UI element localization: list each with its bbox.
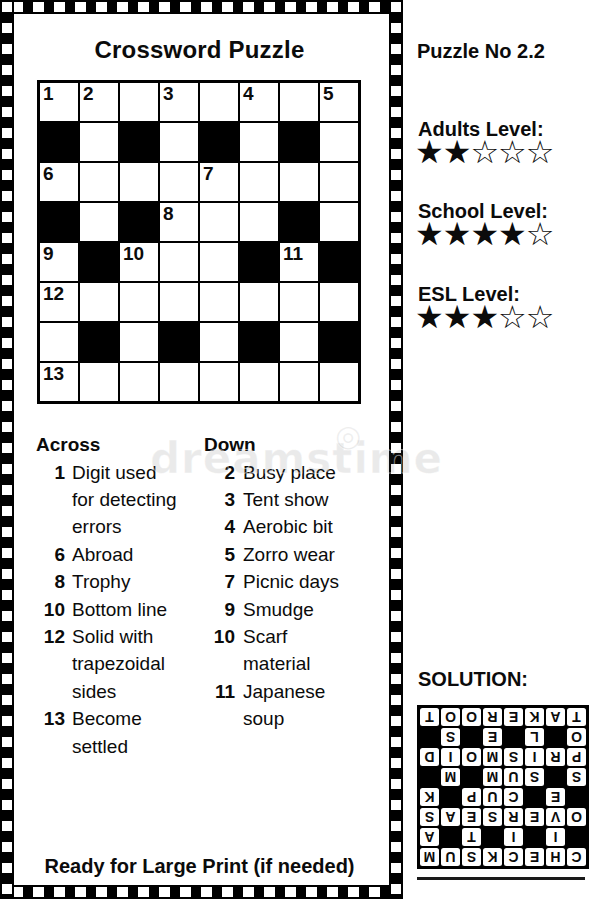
solution-letter: D [424,749,434,765]
black-cell [441,828,460,846]
star-empty-icon: ☆ [526,299,554,335]
adults-level-stars: ★★☆☆☆ [415,136,553,168]
white-cell: M [420,848,439,866]
white-cell[interactable]: 1 [40,83,78,121]
black-cell [240,243,278,281]
cell-number: 9 [43,243,54,265]
clue-text: Trophy [72,568,180,595]
clue-text: Abroad [72,541,180,568]
white-cell[interactable] [280,323,318,361]
clue-number: 7 [204,568,235,595]
white-cell: K [525,708,544,726]
star-empty-icon: ☆ [470,134,498,170]
white-cell[interactable]: 11 [280,243,318,281]
cell-number: 5 [323,83,334,105]
clue-number: 5 [204,541,235,568]
black-cell [567,828,586,846]
solution-letter: K [487,849,497,865]
clue-number: 3 [204,486,235,513]
white-cell: C [504,848,523,866]
large-print-note: Ready for Large Print (if needed) [14,855,385,878]
solution-letter: P [467,789,476,805]
white-cell[interactable] [160,163,198,201]
clue-item: 1Digit used for detecting errors [36,459,196,541]
white-cell[interactable] [240,163,278,201]
star-empty-icon: ☆ [526,134,554,170]
black-cell [462,728,481,746]
solution-letter: R [487,709,497,725]
solution-letter: M [424,849,436,865]
across-clue-list: 1Digit used for detecting errors6Abroad8… [36,459,196,760]
white-cell: S [462,848,481,866]
white-cell: O [441,708,460,726]
white-cell[interactable] [240,123,278,161]
white-cell: C [567,848,586,866]
clue-number: 13 [36,705,65,760]
crossword-page: Crossword Puzzle 12345678910111213 Acros… [0,0,601,900]
white-cell[interactable] [320,203,358,241]
white-cell: E [546,788,565,806]
solution-letter: K [424,789,434,805]
white-cell[interactable] [320,123,358,161]
white-cell: S [420,808,439,826]
white-cell[interactable]: 5 [320,83,358,121]
black-cell [120,123,158,161]
white-cell[interactable] [80,203,118,241]
white-cell[interactable]: 3 [160,83,198,121]
black-cell [80,243,118,281]
white-cell: R [483,708,502,726]
cell-number: 2 [83,83,94,105]
white-cell[interactable]: 2 [80,83,118,121]
clue-item: 11Japanese soup [204,678,364,733]
solution-letter: E [467,809,476,825]
black-cell [240,323,278,361]
solution-letter: A [550,709,560,725]
across-clues: Across 1Digit used for detecting errors6… [36,431,196,760]
white-cell: T [462,828,481,846]
cell-number: 11 [283,243,303,265]
white-cell[interactable] [80,283,118,321]
white-cell: D [420,748,439,766]
white-cell[interactable] [120,323,158,361]
star-filled-icon: ★ [415,299,443,335]
puzzle-number: Puzzle No 2.2 [417,40,545,63]
clue-text: Bottom line [72,596,180,623]
clue-text: Tent show [243,486,347,513]
star-empty-icon: ☆ [526,216,554,252]
clue-item: 2Busy place [204,459,364,486]
white-cell[interactable] [280,363,318,401]
solution-letter: S [467,849,476,865]
clue-number: 10 [36,596,65,623]
white-cell[interactable]: 12 [40,283,78,321]
solution-letter: P [572,749,581,765]
white-cell: H [546,848,565,866]
white-cell[interactable] [200,243,238,281]
white-cell[interactable]: 6 [40,163,78,201]
black-cell [420,768,439,786]
clue-number: 4 [204,513,235,540]
clue-text: Solid with trapezoidal sides [72,623,180,705]
solution-letter: V [551,809,560,825]
clue-text: Zorro wear [243,541,347,568]
black-cell [504,728,523,746]
clue-number: 2 [204,459,235,486]
solution-letter: M [487,769,499,785]
white-cell: A [546,708,565,726]
solution-letter: E [530,849,539,865]
clue-text: Picnic days [243,568,347,595]
cell-number: 4 [243,83,254,105]
solution-letter: O [571,809,582,825]
solution-letter: M [487,749,499,765]
solution-letter: H [550,849,560,865]
star-filled-icon: ★ [443,216,471,252]
solution-letter: S [446,729,455,745]
white-cell: R [504,808,523,826]
white-cell[interactable] [80,163,118,201]
white-cell: V [546,808,565,826]
solution-letter: E [551,789,560,805]
solution-letter: S [509,749,518,765]
clue-item: 9Smudge [204,596,364,623]
solution-letter: E [488,729,497,745]
down-clues: Down 2Busy place3Tent show4Aerobic bit5Z… [204,431,364,733]
clue-item: 4Aerobic bit [204,513,364,540]
white-cell[interactable] [160,363,198,401]
white-cell: P [462,788,481,806]
white-cell: E [462,808,481,826]
cell-number: 6 [43,163,54,185]
white-cell: E [483,728,502,746]
clue-text: Scarf material [243,623,347,678]
clue-number: 9 [204,596,235,623]
white-cell[interactable] [280,283,318,321]
white-cell[interactable] [240,203,278,241]
solution-letter: C [571,849,581,865]
clue-number: 1 [36,459,65,541]
clue-item: 3Tent show [204,486,364,513]
white-cell: S [504,748,523,766]
page-title: Crossword Puzzle [14,36,385,64]
white-cell: E [504,708,523,726]
white-cell[interactable] [160,123,198,161]
white-cell: R [546,748,565,766]
white-cell[interactable] [200,323,238,361]
white-cell[interactable] [80,123,118,161]
white-cell[interactable] [120,163,158,201]
solution-letter: S [530,769,539,785]
black-cell [420,728,439,746]
solution-letter: C [508,849,518,865]
white-cell: L [525,728,544,746]
solution-letter: U [508,769,518,785]
across-heading: Across [36,431,196,459]
clue-text: Aerobic bit [243,513,347,540]
white-cell[interactable] [320,363,358,401]
white-cell[interactable] [320,163,358,201]
white-cell: I [525,748,544,766]
black-cell [483,828,502,846]
white-cell[interactable]: 4 [240,83,278,121]
clue-item: 8Trophy [36,568,196,595]
white-cell: E [525,848,544,866]
white-cell: E [525,808,544,826]
white-cell: A [441,808,460,826]
solution-letter: T [425,709,434,725]
clue-text: Japanese soup [243,678,347,733]
white-cell[interactable]: 7 [200,163,238,201]
clue-number: 10 [204,623,235,678]
solution-grid-upside-down: CHECKSUMIITAOVERSEASECUPKSSUMMPRISMOIDOL… [417,705,589,869]
star-filled-icon: ★ [443,299,471,335]
solution-letter: R [508,809,518,825]
cell-number: 8 [163,203,174,225]
checkered-border-left [2,2,14,897]
solution-letter: O [466,749,477,765]
white-cell: O [567,728,586,746]
cell-number: 3 [163,83,174,105]
white-cell[interactable]: 9 [40,243,78,281]
star-empty-icon: ☆ [498,299,526,335]
solution-letter: T [467,829,476,845]
white-cell: O [462,708,481,726]
solution-letter: K [529,709,539,725]
white-cell: U [441,848,460,866]
star-filled-icon: ★ [498,216,526,252]
white-cell: I [546,828,565,846]
solution-letter: O [445,709,456,725]
white-cell: I [504,828,523,846]
solution-letter: I [449,749,453,765]
solution-letter: U [445,849,455,865]
clue-item: 10Scarf material [204,623,364,678]
white-cell: U [504,768,523,786]
white-cell: M [483,768,502,786]
white-cell[interactable] [40,323,78,361]
solution-letter: U [487,789,497,805]
white-cell[interactable]: 8 [160,203,198,241]
solution-letter: I [554,829,558,845]
solution-heading: SOLUTION: [418,668,528,691]
black-cell [567,788,586,806]
clue-text: Smudge [243,596,347,623]
white-cell: P [567,748,586,766]
clue-item: 6Abroad [36,541,196,568]
clue-number: 11 [204,678,235,733]
down-heading: Down [204,431,364,459]
black-cell [525,788,544,806]
solution-letter: E [509,709,518,725]
white-cell: A [420,828,439,846]
white-cell[interactable] [80,363,118,401]
star-filled-icon: ★ [415,134,443,170]
clue-text: Digit used for detecting errors [72,459,180,541]
white-cell[interactable] [120,363,158,401]
solution-letter: S [425,809,434,825]
white-cell[interactable] [320,283,358,321]
black-cell [40,123,78,161]
star-filled-icon: ★ [415,216,443,252]
white-cell: S [441,728,460,746]
white-cell: U [483,788,502,806]
clue-item: 7Picnic days [204,568,364,595]
clue-item: 12Solid with trapezoidal sides [36,623,196,705]
school-level-stars: ★★★★☆ [415,218,553,250]
white-cell: S [483,808,502,826]
clue-text: Busy place [243,459,347,486]
white-cell[interactable] [200,83,238,121]
crossword-grid: 12345678910111213 [37,80,361,404]
black-cell [320,243,358,281]
white-cell: K [420,788,439,806]
white-cell[interactable] [200,283,238,321]
white-cell[interactable] [280,83,318,121]
solution-letter: O [466,709,477,725]
black-cell [546,768,565,786]
black-cell [200,123,238,161]
checkered-border-top [2,2,401,14]
white-cell[interactable] [120,283,158,321]
black-cell [462,768,481,786]
star-filled-icon: ★ [443,134,471,170]
black-cell [546,728,565,746]
white-cell: M [441,768,460,786]
black-cell [441,788,460,806]
solution-letter: I [533,749,537,765]
black-cell [120,203,158,241]
white-cell: S [525,768,544,786]
clue-item: 10Bottom line [36,596,196,623]
solution-letter: M [445,769,457,785]
solution-letter: S [572,769,581,785]
white-cell: T [420,708,439,726]
white-cell: K [483,848,502,866]
white-cell: M [483,748,502,766]
white-cell: C [504,788,523,806]
cell-number: 13 [43,363,64,385]
white-cell[interactable] [240,283,278,321]
solution-letter: L [530,729,539,745]
white-cell: O [462,748,481,766]
checkered-border-right [389,2,401,897]
solution-letter: C [508,789,518,805]
clue-item: 13Become settled [36,705,196,760]
white-cell[interactable] [240,363,278,401]
down-clue-list: 2Busy place3Tent show4Aerobic bit5Zorro … [204,459,364,733]
white-cell[interactable]: 13 [40,363,78,401]
solution-letter: I [512,829,516,845]
white-cell[interactable] [160,243,198,281]
white-cell: O [567,808,586,826]
white-cell: I [441,748,460,766]
cell-number: 12 [43,283,64,305]
cell-number: 7 [203,163,214,185]
esl-level-stars: ★★★☆☆ [415,301,553,333]
black-cell [160,323,198,361]
white-cell[interactable] [200,363,238,401]
clue-number: 6 [36,541,65,568]
black-cell [280,123,318,161]
white-cell: T [567,708,586,726]
star-filled-icon: ★ [470,216,498,252]
clue-number: 12 [36,623,65,705]
solution-letter: A [445,809,455,825]
clue-number: 8 [36,568,65,595]
clue-item: 5Zorro wear [204,541,364,568]
checkered-border-bottom [2,885,401,897]
solution-letter: O [571,729,582,745]
black-cell [280,203,318,241]
cell-number: 1 [43,83,54,105]
solution-letter: R [550,749,560,765]
divider-line [417,877,585,880]
black-cell [80,323,118,361]
black-cell [320,323,358,361]
white-cell[interactable] [280,163,318,201]
solution-letter: S [488,809,497,825]
cell-number: 10 [123,243,144,265]
black-cell [40,203,78,241]
clue-text: Become settled [72,705,180,760]
white-cell[interactable] [200,203,238,241]
star-empty-icon: ☆ [498,134,526,170]
solution-letter: T [572,709,581,725]
white-cell: S [567,768,586,786]
solution-letter: E [530,809,539,825]
black-cell [525,828,544,846]
white-cell[interactable] [120,83,158,121]
star-filled-icon: ★ [470,299,498,335]
solution-letter: A [424,829,434,845]
white-cell[interactable] [160,283,198,321]
white-cell[interactable]: 10 [120,243,158,281]
